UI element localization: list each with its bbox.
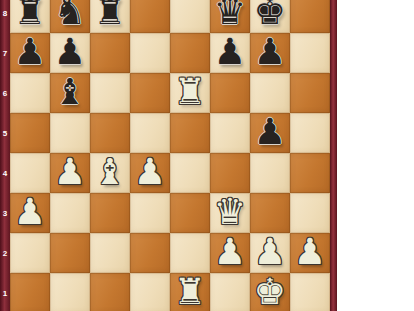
square-e4[interactable] (170, 153, 210, 193)
square-a2[interactable] (10, 233, 50, 273)
square-e2[interactable] (170, 233, 210, 273)
square-h3[interactable] (290, 193, 330, 233)
square-b6[interactable]: ♝ (50, 73, 90, 113)
square-e5[interactable] (170, 113, 210, 153)
square-f6[interactable] (210, 73, 250, 113)
rank-label-3: 3 (0, 193, 10, 233)
square-a1[interactable] (10, 273, 50, 311)
rank-label-4: 4 (0, 153, 10, 193)
square-a8[interactable]: ♜ (10, 0, 50, 33)
square-f5[interactable] (210, 113, 250, 153)
square-f3[interactable]: ♛ (210, 193, 250, 233)
chess-diagram-screenshot: 87654321 ♜♞♜♛♚♟♟♟♟♝♜♟♟♝♟♟♛♟♟♟♜♚ (0, 0, 414, 311)
square-f2[interactable]: ♟ (210, 233, 250, 273)
piece-white-pawn[interactable]: ♟ (134, 152, 166, 192)
rank-label-2: 2 (0, 233, 10, 273)
square-d8[interactable] (130, 0, 170, 33)
square-g1[interactable]: ♚ (250, 273, 290, 311)
piece-white-pawn[interactable]: ♟ (54, 152, 86, 192)
rank-label-1: 1 (0, 273, 10, 311)
square-h4[interactable] (290, 153, 330, 193)
square-d6[interactable] (130, 73, 170, 113)
square-b7[interactable]: ♟ (50, 33, 90, 73)
piece-black-rook[interactable]: ♜ (14, 0, 46, 32)
square-g4[interactable] (250, 153, 290, 193)
piece-white-king[interactable]: ♚ (254, 272, 286, 311)
square-h7[interactable] (290, 33, 330, 73)
piece-white-pawn[interactable]: ♟ (14, 192, 46, 232)
square-e3[interactable] (170, 193, 210, 233)
square-c5[interactable] (90, 113, 130, 153)
piece-white-bishop[interactable]: ♝ (94, 152, 126, 192)
square-g5[interactable]: ♟ (250, 113, 290, 153)
chess-board: ♜♞♜♛♚♟♟♟♟♝♜♟♟♝♟♟♛♟♟♟♜♚ (10, 0, 330, 311)
piece-white-rook[interactable]: ♜ (174, 272, 206, 311)
square-b8[interactable]: ♞ (50, 0, 90, 33)
rank-label-6: 6 (0, 73, 10, 113)
piece-black-queen[interactable]: ♛ (214, 0, 246, 32)
piece-white-pawn[interactable]: ♟ (294, 232, 326, 272)
piece-white-pawn[interactable]: ♟ (214, 232, 246, 272)
square-c2[interactable] (90, 233, 130, 273)
square-h6[interactable] (290, 73, 330, 113)
square-a6[interactable] (10, 73, 50, 113)
square-b4[interactable]: ♟ (50, 153, 90, 193)
square-c4[interactable]: ♝ (90, 153, 130, 193)
piece-white-pawn[interactable]: ♟ (254, 232, 286, 272)
square-a7[interactable]: ♟ (10, 33, 50, 73)
piece-black-king[interactable]: ♚ (254, 0, 286, 32)
square-g7[interactable]: ♟ (250, 33, 290, 73)
square-f4[interactable] (210, 153, 250, 193)
square-g2[interactable]: ♟ (250, 233, 290, 273)
square-h8[interactable] (290, 0, 330, 33)
square-g8[interactable]: ♚ (250, 0, 290, 33)
square-f1[interactable] (210, 273, 250, 311)
rank-labels: 87654321 (0, 0, 10, 311)
piece-black-pawn[interactable]: ♟ (14, 32, 46, 72)
square-b3[interactable] (50, 193, 90, 233)
square-d3[interactable] (130, 193, 170, 233)
square-b1[interactable] (50, 273, 90, 311)
rank-label-8: 8 (0, 0, 10, 33)
square-h1[interactable] (290, 273, 330, 311)
piece-black-pawn[interactable]: ♟ (214, 32, 246, 72)
square-e7[interactable] (170, 33, 210, 73)
square-e6[interactable]: ♜ (170, 73, 210, 113)
rank-label-7: 7 (0, 33, 10, 73)
square-g3[interactable] (250, 193, 290, 233)
square-c7[interactable] (90, 33, 130, 73)
square-b2[interactable] (50, 233, 90, 273)
square-c6[interactable] (90, 73, 130, 113)
piece-black-knight[interactable]: ♞ (54, 0, 86, 32)
square-d7[interactable] (130, 33, 170, 73)
square-c8[interactable]: ♜ (90, 0, 130, 33)
piece-white-rook[interactable]: ♜ (174, 72, 206, 112)
piece-white-queen[interactable]: ♛ (214, 192, 246, 232)
square-a5[interactable] (10, 113, 50, 153)
square-f8[interactable]: ♛ (210, 0, 250, 33)
piece-black-bishop[interactable]: ♝ (54, 72, 86, 112)
square-f7[interactable]: ♟ (210, 33, 250, 73)
board-frame-right (330, 0, 337, 311)
square-a4[interactable] (10, 153, 50, 193)
square-a3[interactable]: ♟ (10, 193, 50, 233)
piece-black-rook[interactable]: ♜ (94, 0, 126, 32)
square-h2[interactable]: ♟ (290, 233, 330, 273)
square-h5[interactable] (290, 113, 330, 153)
square-e8[interactable] (170, 0, 210, 33)
rank-label-5: 5 (0, 113, 10, 153)
piece-black-pawn[interactable]: ♟ (54, 32, 86, 72)
square-d2[interactable] (130, 233, 170, 273)
square-b5[interactable] (50, 113, 90, 153)
square-d4[interactable]: ♟ (130, 153, 170, 193)
square-d1[interactable] (130, 273, 170, 311)
square-d5[interactable] (130, 113, 170, 153)
piece-black-pawn[interactable]: ♟ (254, 32, 286, 72)
square-e1[interactable]: ♜ (170, 273, 210, 311)
square-g6[interactable] (250, 73, 290, 113)
piece-black-pawn[interactable]: ♟ (254, 112, 286, 152)
square-c1[interactable] (90, 273, 130, 311)
square-c3[interactable] (90, 193, 130, 233)
